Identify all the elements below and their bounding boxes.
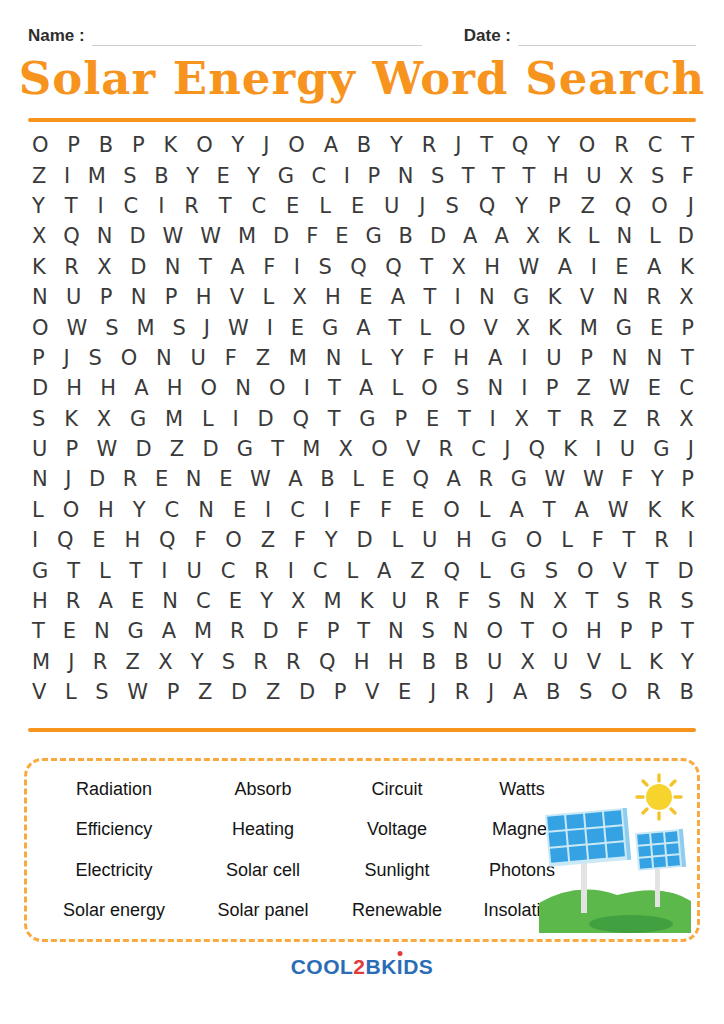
grid-cell: G xyxy=(513,287,529,308)
grid-cell: A xyxy=(509,500,523,521)
grid-cell: S xyxy=(488,591,501,612)
grid-cell: R xyxy=(93,652,108,673)
grid-cell: H xyxy=(456,530,472,551)
grid-cell: J xyxy=(65,469,71,490)
grid-cell: W xyxy=(228,318,249,339)
grid-cell: E xyxy=(291,318,304,339)
grid-cell: Z xyxy=(170,439,184,460)
word-list-item: Solar cell xyxy=(226,860,300,881)
grid-cell: J xyxy=(68,652,74,673)
grid-cell: D xyxy=(135,439,151,460)
grid-cell: L xyxy=(561,530,573,551)
grid-cell: U xyxy=(553,652,568,673)
grid-cell: X xyxy=(516,318,530,339)
grid-cell: I xyxy=(158,196,164,217)
grid-cell: X xyxy=(451,257,465,278)
grid-cell: E xyxy=(359,287,372,308)
grid-cell: E xyxy=(426,409,439,430)
grid-cell: E xyxy=(650,318,663,339)
grid-cell: R xyxy=(286,652,301,673)
grid-cell: T xyxy=(585,591,598,612)
grid-cell: M xyxy=(238,226,256,247)
grid-cell: Z xyxy=(261,530,275,551)
grid-cell: X xyxy=(515,409,529,430)
grid-cell: P xyxy=(165,287,178,308)
grid-cell: R xyxy=(614,135,629,156)
grid-cell: R xyxy=(479,469,494,490)
grid-cell: T xyxy=(357,621,370,642)
grid-cell: F xyxy=(349,500,361,521)
grid-cell: U xyxy=(546,348,561,369)
grid-cell: E xyxy=(382,469,395,490)
grid-cell: M xyxy=(194,621,212,642)
grid-cell: W xyxy=(250,469,271,490)
grid-row: IQEHQFOZFYDLUHGOLFTRI xyxy=(32,526,694,556)
grid-cell: A xyxy=(99,591,113,612)
solar-panel-large-icon xyxy=(545,808,631,867)
grid-cell: I xyxy=(344,166,350,187)
grid-cell: J xyxy=(688,196,694,217)
grid-cell: O xyxy=(443,500,460,521)
grid-cell: S xyxy=(89,348,102,369)
grid-cell: V xyxy=(587,652,601,673)
grid-cell: N xyxy=(612,348,628,369)
grid-cell: P xyxy=(546,378,559,399)
grid-cell: A xyxy=(494,226,508,247)
grid-cell: D xyxy=(356,530,372,551)
grid-cell: P xyxy=(334,682,347,703)
grid-cell: D xyxy=(263,621,279,642)
grid-cell: S xyxy=(431,166,444,187)
grid-row: PJSONUFZMNLYFHAIUPNNT xyxy=(32,343,694,373)
grid-cell: Y xyxy=(133,500,146,521)
grid-cell: G xyxy=(511,469,527,490)
grid-cell: N xyxy=(162,591,178,612)
grid-cell: B xyxy=(99,135,113,156)
grid-cell: C xyxy=(679,378,694,399)
grid-cell: P xyxy=(620,621,633,642)
grid-cell: N xyxy=(198,500,214,521)
grid-cell: T xyxy=(65,196,78,217)
grid-cell: T xyxy=(199,257,212,278)
grid-row: YTICIRTCELEUJSQYPZQOJ xyxy=(32,191,694,221)
grid-cell: C xyxy=(196,591,211,612)
grid-cell: A xyxy=(391,287,405,308)
grid-cell: E xyxy=(411,500,424,521)
grid-cell: H xyxy=(100,378,116,399)
grid-cell: R xyxy=(646,409,661,430)
grid-cell: D xyxy=(231,682,247,703)
grid-cell: N xyxy=(479,287,495,308)
grid-cell: G xyxy=(32,561,48,582)
grid-cell: L xyxy=(360,348,372,369)
grid-cell: Y xyxy=(515,196,528,217)
grid-cell: C xyxy=(311,166,326,187)
date-blank-line xyxy=(518,26,696,46)
grid-cell: I xyxy=(455,287,461,308)
grid-cell: H xyxy=(553,166,569,187)
grid-cell: N xyxy=(326,348,342,369)
grid-cell: W xyxy=(127,682,148,703)
grid-cell: I xyxy=(294,257,300,278)
grid-cell: T xyxy=(423,287,436,308)
grid-cell: T xyxy=(420,257,433,278)
grid-cell: O xyxy=(449,318,466,339)
grid-cell: U xyxy=(392,591,407,612)
grid-cell: B xyxy=(422,652,436,673)
grid-cell: Q xyxy=(159,530,176,551)
grid-cell: E xyxy=(335,226,348,247)
grid-cell: L xyxy=(619,652,631,673)
grid-cell: N xyxy=(156,348,172,369)
grid-cell: U xyxy=(422,530,437,551)
grid-cell: N xyxy=(97,226,113,247)
grid-cell: J xyxy=(263,135,269,156)
grid-cell: B xyxy=(454,652,468,673)
word-list-item: Solar energy xyxy=(63,900,165,921)
grid-cell: H xyxy=(453,348,469,369)
grid-cell: T xyxy=(130,561,143,582)
grid-cell: L xyxy=(319,196,331,217)
grid-cell: T xyxy=(219,196,232,217)
grid-cell: Q xyxy=(412,469,429,490)
grid-row: NJDRENEWABLEQARGWWFYP xyxy=(32,465,694,495)
grid-cell: J xyxy=(204,318,210,339)
grid-cell: S xyxy=(651,166,664,187)
grid-cell: B xyxy=(546,682,560,703)
grid-cell: A xyxy=(488,348,502,369)
grid-cell: M xyxy=(32,652,50,673)
grid-cell: I xyxy=(304,378,310,399)
grid-cell: M xyxy=(165,409,183,430)
grid-cell: T xyxy=(681,621,694,642)
grid-cell: E xyxy=(615,257,628,278)
grid-cell: I xyxy=(521,348,527,369)
grid-cell: T xyxy=(548,409,561,430)
grid-cell: J xyxy=(455,135,461,156)
grid-cell: E xyxy=(131,591,144,612)
grid-cell: I xyxy=(591,257,597,278)
grid-cell: G xyxy=(128,621,144,642)
grid-row: SKXGMLIDQTGPETIXTRZRX xyxy=(32,404,694,434)
grid-cell: V xyxy=(365,682,379,703)
grid-cell: I xyxy=(490,409,496,430)
grid-cell: E xyxy=(398,682,411,703)
grid-cell: H xyxy=(484,257,500,278)
grid-cell: Z xyxy=(613,409,627,430)
grid-cell: E xyxy=(92,530,105,551)
logo-text-i: I xyxy=(397,955,403,978)
grid-cell: I xyxy=(688,530,694,551)
grid-cell: V xyxy=(230,287,244,308)
grid-cell: F xyxy=(263,257,275,278)
grid-cell: K xyxy=(563,439,577,460)
grid-cell: Q xyxy=(615,196,632,217)
name-label: Name : xyxy=(28,26,85,46)
grid-cell: Q xyxy=(444,561,461,582)
grid-cell: T xyxy=(521,621,534,642)
grid-cell: R xyxy=(646,682,661,703)
grid-cell: N xyxy=(94,621,110,642)
word-list-item: Sunlight xyxy=(364,860,429,881)
grid-cell: B xyxy=(357,135,371,156)
word-list-item: Radiation xyxy=(76,779,152,800)
grid-cell: C xyxy=(252,196,267,217)
grid-cell: A xyxy=(359,378,373,399)
grid-cell: U xyxy=(32,439,47,460)
grid-cell: K xyxy=(64,409,78,430)
grid-cell: G xyxy=(365,226,381,247)
grid-cell: I xyxy=(521,378,527,399)
letter-grid: OPBPKOYJOABYRJTQYORCTZIMSBYEYGCIPNSTTTHU… xyxy=(0,122,724,708)
grid-cell: T xyxy=(271,439,284,460)
grid-cell: P xyxy=(650,621,663,642)
word-list-item: Solar panel xyxy=(217,900,308,921)
grid-cell: Q xyxy=(529,439,546,460)
grid-cell: V xyxy=(483,318,497,339)
grid-cell: N xyxy=(646,348,662,369)
grid-cell: K xyxy=(548,287,562,308)
grid-cell: R xyxy=(439,439,454,460)
grid-cell: X xyxy=(291,591,305,612)
word-list-item: Watts xyxy=(499,779,544,800)
grid-cell: L xyxy=(479,561,491,582)
grid-cell: S xyxy=(616,591,629,612)
grid-cell: N xyxy=(487,378,503,399)
grid-cell: N xyxy=(186,469,202,490)
grid-cell: T xyxy=(328,378,341,399)
grid-cell: Q xyxy=(350,257,367,278)
grid-cell: S xyxy=(173,318,186,339)
grid-cell: O xyxy=(121,348,138,369)
grid-cell: N xyxy=(131,287,147,308)
grid-cell: G xyxy=(491,530,507,551)
grid-cell: I xyxy=(324,500,330,521)
grid-cell: Y xyxy=(391,348,404,369)
grid-cell: L xyxy=(65,682,77,703)
grid-row: KRXDNTAFISQQTXHWAIEAK xyxy=(32,252,694,282)
grid-cell: G xyxy=(653,439,669,460)
grid-cell: H xyxy=(124,530,140,551)
solar-panel-illustration xyxy=(539,767,691,933)
grid-cell: A xyxy=(558,257,572,278)
grid-cell: R xyxy=(254,561,269,582)
grid-cell: A xyxy=(134,378,148,399)
grid-cell: U xyxy=(487,652,502,673)
grid-cell: O xyxy=(579,135,596,156)
grid-cell: W xyxy=(609,378,630,399)
grid-cell: F xyxy=(592,530,604,551)
grid-cell: V xyxy=(580,287,594,308)
grid-cell: A xyxy=(513,682,527,703)
grid-cell: R xyxy=(579,409,594,430)
grid-row: XQNDWWMDFEGBDAAXKLNLD xyxy=(32,222,694,252)
grid-cell: D xyxy=(299,682,315,703)
grid-cell: H xyxy=(66,378,82,399)
grid-row: HRAENCEYXMKURFSNXTSRS xyxy=(32,586,694,616)
grid-cell: K xyxy=(647,500,661,521)
grid-cell: Z xyxy=(126,652,140,673)
grid-cell: A xyxy=(324,135,338,156)
grid-cell: K xyxy=(360,591,374,612)
logo-text-cool: COOL xyxy=(291,955,354,978)
grid-cell: R xyxy=(253,652,268,673)
grid-cell: O xyxy=(225,530,242,551)
grid-cell: T xyxy=(543,500,556,521)
grid-cell: B xyxy=(320,469,334,490)
grid-cell: L xyxy=(262,287,274,308)
grid-cell: E xyxy=(286,196,299,217)
grid-cell: E xyxy=(351,196,364,217)
grid-cell: F xyxy=(682,166,694,187)
grid-cell: F xyxy=(621,469,633,490)
grid-cell: S xyxy=(105,318,118,339)
grid-cell: J xyxy=(63,348,69,369)
grid-cell: N xyxy=(32,469,48,490)
grid-cell: P xyxy=(394,409,407,430)
grid-cell: F xyxy=(458,591,470,612)
grid-cell: Y xyxy=(681,652,694,673)
grid-cell: Y xyxy=(186,166,199,187)
grid-cell: K xyxy=(548,318,562,339)
grid-cell: O xyxy=(552,621,569,642)
grid-cell: M xyxy=(289,348,307,369)
grid-cell: D xyxy=(678,561,694,582)
word-list-item: Circuit xyxy=(371,779,422,800)
grid-cell: B xyxy=(679,682,693,703)
grid-cell: M xyxy=(302,439,320,460)
grid-cell: W xyxy=(96,439,117,460)
logo-text-2: 2 xyxy=(353,955,365,978)
grid-cell: X xyxy=(32,226,46,247)
grid-cell: H xyxy=(98,500,114,521)
grid-cell: D xyxy=(430,226,446,247)
grid-cell: H xyxy=(354,652,370,673)
grid-cell: T xyxy=(32,621,45,642)
grid-cell: T xyxy=(328,409,341,430)
word-list-box: RadiationAbsorbCircuitWattsEfficiencyHea… xyxy=(24,758,700,942)
word-list-item: Electricity xyxy=(75,860,152,881)
grid-cell: Y xyxy=(547,135,560,156)
grid-cell: G xyxy=(322,318,338,339)
grid-cell: W xyxy=(608,500,629,521)
grid-cell: W xyxy=(519,257,540,278)
grid-cell: P xyxy=(32,348,45,369)
grid-cell: L xyxy=(649,226,661,247)
grid-cell: M xyxy=(580,318,598,339)
grid-cell: O xyxy=(201,378,218,399)
grid-cell: Z xyxy=(576,378,590,399)
grid-cell: K xyxy=(649,652,663,673)
grid-cell: K xyxy=(557,226,571,247)
solar-panel-small-icon xyxy=(635,829,686,871)
grid-cell: C xyxy=(471,439,486,460)
grid-row: NUPNPHVLXHEATINGKVNRX xyxy=(32,282,694,312)
grid-cell: X xyxy=(553,591,567,612)
word-list-item: Voltage xyxy=(367,819,427,840)
grid-cell: B xyxy=(399,226,413,247)
grid-cell: Z xyxy=(580,196,594,217)
grid-cell: L xyxy=(391,530,403,551)
grid-cell: U xyxy=(191,348,206,369)
grid-cell: J xyxy=(504,439,510,460)
grid-cell: I xyxy=(64,166,70,187)
grid-cell: P xyxy=(367,166,380,187)
word-list-item: Renewable xyxy=(352,900,442,921)
grid-cell: H xyxy=(32,591,48,612)
grid-cell: R xyxy=(123,469,138,490)
grid-cell: J xyxy=(419,196,425,217)
grid-row: LOHYCNEICIFFEOLATAWKK xyxy=(32,495,694,525)
grid-cell: F xyxy=(422,348,434,369)
grid-cell: T xyxy=(492,166,505,187)
grid-cell: Y xyxy=(260,591,273,612)
grid-cell: X xyxy=(679,287,693,308)
grid-cell: X xyxy=(526,226,540,247)
grid-cell: Q xyxy=(319,652,336,673)
grid-cell: I xyxy=(288,561,294,582)
grid-cell: F xyxy=(225,348,237,369)
name-field: Name : xyxy=(28,26,422,46)
grid-cell: X xyxy=(520,652,534,673)
grid-cell: U xyxy=(620,439,635,460)
grid-cell: O xyxy=(196,135,213,156)
grid-cell: T xyxy=(462,166,475,187)
grid-cell: I xyxy=(265,500,271,521)
grid-cell: E xyxy=(219,469,232,490)
grid-cell: L xyxy=(588,226,600,247)
grid-cell: A xyxy=(647,257,661,278)
grid-cell: K xyxy=(164,135,178,156)
grid-cell: F xyxy=(294,530,306,551)
grid-cell: N xyxy=(235,378,251,399)
grid-cell: I xyxy=(97,196,103,217)
grid-cell: O xyxy=(651,196,668,217)
grid-cell: S xyxy=(545,561,558,582)
grid-row: MJRZXYSRRQHHBBUXUVLKY xyxy=(32,647,694,677)
grid-cell: A xyxy=(230,257,244,278)
grid-cell: L xyxy=(99,561,111,582)
grid-row: VLSWPZDZDPVEJRJABSORB xyxy=(32,678,694,708)
grid-cell: T xyxy=(623,530,636,551)
grid-cell: U xyxy=(186,561,201,582)
grid-cell: I xyxy=(232,409,238,430)
grid-cell: S xyxy=(32,409,45,430)
grid-cell: T xyxy=(646,561,659,582)
grid-cell: S xyxy=(422,621,435,642)
grid-cell: S xyxy=(123,166,136,187)
grid-cell: T xyxy=(67,561,80,582)
grid-cell: O xyxy=(577,561,594,582)
grid-cell: A xyxy=(574,500,588,521)
grid-cell: C xyxy=(648,135,663,156)
grid-cell: Y xyxy=(325,530,338,551)
grid-cell: N xyxy=(519,591,535,612)
grid-cell: V xyxy=(613,561,627,582)
grid-cell: P xyxy=(327,621,340,642)
grid-cell: A xyxy=(377,561,391,582)
grid-cell: X xyxy=(158,652,172,673)
grid-cell: J xyxy=(430,682,436,703)
grid-cell: I xyxy=(267,318,273,339)
grid-cell: T xyxy=(480,135,493,156)
grid-cell: K xyxy=(680,257,694,278)
grid-cell: W xyxy=(163,226,184,247)
grid-cell: E xyxy=(217,166,230,187)
grid-cell: F xyxy=(306,226,318,247)
grid-cell: P xyxy=(681,469,694,490)
grid-cell: H xyxy=(196,287,212,308)
